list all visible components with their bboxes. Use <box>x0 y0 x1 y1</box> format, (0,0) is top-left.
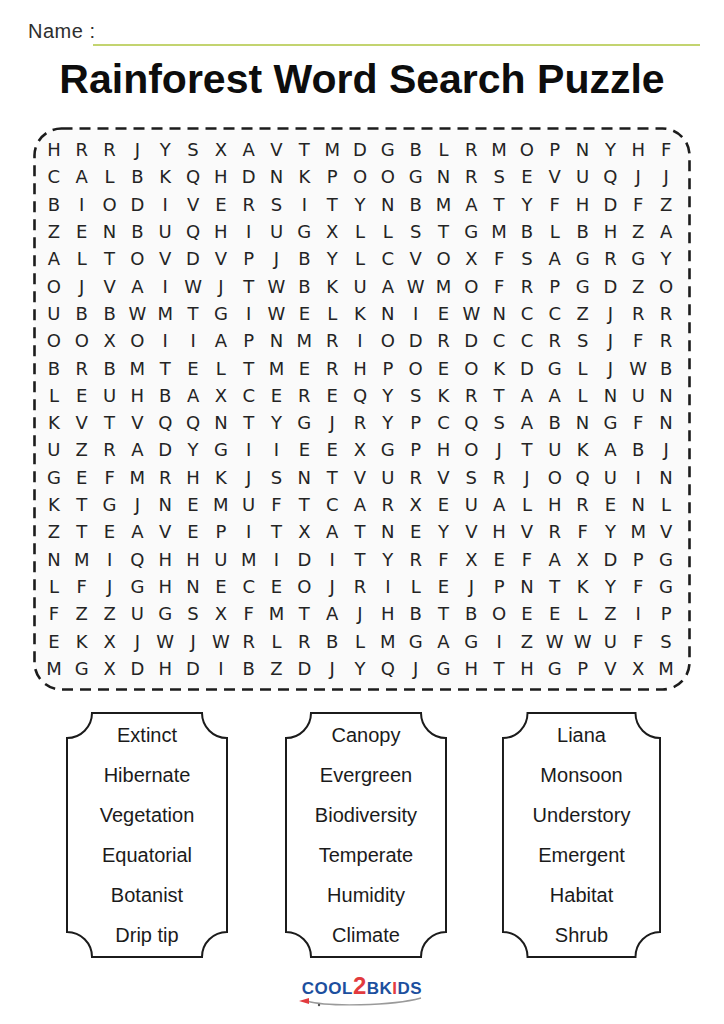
grid-cell-r20c20: P <box>569 655 597 682</box>
grid-cell-r3c2: I <box>68 191 96 218</box>
grid-cell-r11c6: Q <box>179 409 207 436</box>
grid-cell-r17c9: E <box>263 573 291 600</box>
grid-cell-r15c5: V <box>151 518 179 545</box>
grid-cell-r10c16: R <box>457 382 485 409</box>
grid-cell-r9c3: B <box>96 354 124 381</box>
name-fill-in-line[interactable] <box>93 44 700 46</box>
page-title: Rainforest Word Search Puzzle <box>0 56 724 103</box>
grid-cell-r19c4: J <box>123 627 151 654</box>
grid-cell-r13c18: J <box>513 464 541 491</box>
grid-cell-r6c19: P <box>541 272 569 299</box>
grid-cell-r7c23: R <box>652 300 680 327</box>
grid-cell-r15c22: M <box>624 518 652 545</box>
grid-cell-r15c15: Y <box>430 518 458 545</box>
grid-cell-r10c12: Q <box>346 382 374 409</box>
grid-cell-r5c21: R <box>597 245 625 272</box>
grid-cell-r13c14: R <box>402 464 430 491</box>
grid-cell-r19c21: U <box>597 627 625 654</box>
grid-cell-r4c21: H <box>597 218 625 245</box>
grid-cell-r20c7: I <box>207 655 235 682</box>
grid-cell-r11c8: T <box>235 409 263 436</box>
grid-cell-r17c3: J <box>96 573 124 600</box>
grid-cell-r14c12: A <box>346 491 374 518</box>
grid-cell-r9c1: B <box>40 354 68 381</box>
grid-cell-r4c2: E <box>68 218 96 245</box>
grid-cell-r9c13: P <box>374 354 402 381</box>
grid-cell-r10c17: T <box>485 382 513 409</box>
grid-cell-r2c7: H <box>207 163 235 190</box>
grid-cell-r18c13: H <box>374 600 402 627</box>
grid-cell-r17c13: I <box>374 573 402 600</box>
grid-cell-r9c21: J <box>597 354 625 381</box>
grid-cell-r1c16: R <box>457 136 485 163</box>
grid-cell-r3c1: B <box>40 191 68 218</box>
word-list-3: LianaMonsoonUnderstoryEmergentHabitatShr… <box>502 715 661 955</box>
grid-cell-r2c19: V <box>541 163 569 190</box>
grid-cell-r14c7: M <box>207 491 235 518</box>
grid-cell-r10c8: C <box>235 382 263 409</box>
grid-cell-r7c7: G <box>207 300 235 327</box>
grid-cell-r9c17: K <box>485 354 513 381</box>
grid-cell-r1c5: Y <box>151 136 179 163</box>
grid-cell-r20c12: Y <box>346 655 374 682</box>
grid-cell-r2c3: L <box>96 163 124 190</box>
grid-cell-r15c3: E <box>96 518 124 545</box>
grid-cell-r20c17: T <box>485 655 513 682</box>
grid-cell-r11c3: T <box>96 409 124 436</box>
grid-cell-r16c4: Q <box>123 545 151 572</box>
grid-cell-r20c18: H <box>513 655 541 682</box>
grid-cell-r11c12: R <box>346 409 374 436</box>
grid-cell-r6c6: W <box>179 272 207 299</box>
grid-cell-r20c3: X <box>96 655 124 682</box>
grid-cell-r20c9: Z <box>263 655 291 682</box>
grid-cell-r10c15: K <box>430 382 458 409</box>
grid-cell-r3c22: F <box>624 191 652 218</box>
grid-cell-r11c11: J <box>318 409 346 436</box>
grid-cell-r1c4: J <box>123 136 151 163</box>
grid-cell-r3c7: E <box>207 191 235 218</box>
grid-cell-r1c15: L <box>430 136 458 163</box>
grid-cell-r7c5: M <box>151 300 179 327</box>
grid-cell-r16c14: R <box>402 545 430 572</box>
grid-cell-r18c3: Z <box>96 600 124 627</box>
word-list-2: CanopyEvergreenBiodiversityTemperateHumi… <box>285 715 447 955</box>
grid-cell-r10c10: R <box>290 382 318 409</box>
grid-cell-r8c4: O <box>123 327 151 354</box>
grid-cell-r19c6: J <box>179 627 207 654</box>
grid-cell-r10c14: S <box>402 382 430 409</box>
grid-cell-r13c5: R <box>151 464 179 491</box>
grid-cell-r3c11: T <box>318 191 346 218</box>
grid-cell-r12c10: E <box>290 436 318 463</box>
grid-cell-r6c10: B <box>290 272 318 299</box>
grid-cell-r13c22: I <box>624 464 652 491</box>
grid-cell-r13c17: R <box>485 464 513 491</box>
word-botanist: Botanist <box>66 875 228 915</box>
grid-cell-r14c14: X <box>402 491 430 518</box>
grid-cell-r16c17: E <box>485 545 513 572</box>
grid-cell-r6c2: J <box>68 272 96 299</box>
grid-cell-r1c23: F <box>652 136 680 163</box>
grid-cell-r20c1: M <box>40 655 68 682</box>
grid-cell-r13c2: E <box>68 464 96 491</box>
word-temperate: Temperate <box>285 835 447 875</box>
grid-cell-r3c20: H <box>569 191 597 218</box>
grid-cell-r15c21: Y <box>597 518 625 545</box>
word-shrub: Shrub <box>502 915 661 955</box>
grid-cell-r5c16: X <box>457 245 485 272</box>
grid-cell-r6c12: U <box>346 272 374 299</box>
grid-cell-r3c9: S <box>263 191 291 218</box>
grid-cell-r15c7: P <box>207 518 235 545</box>
grid-cell-r12c9: I <box>263 436 291 463</box>
word-habitat: Habitat <box>502 875 661 915</box>
grid-cell-r4c4: B <box>123 218 151 245</box>
grid-cell-r5c17: F <box>485 245 513 272</box>
letter-grid: HRRJYSXAVTMDGBLRMOPNYHFCALBKQHDNKPOOGNRS… <box>40 136 680 682</box>
grid-cell-r18c4: U <box>123 600 151 627</box>
grid-cell-r17c1: L <box>40 573 68 600</box>
grid-cell-r15c17: H <box>485 518 513 545</box>
grid-cell-r9c18: D <box>513 354 541 381</box>
grid-cell-r7c11: L <box>318 300 346 327</box>
grid-cell-r17c12: R <box>346 573 374 600</box>
grid-cell-r5c4: O <box>123 245 151 272</box>
grid-cell-r16c11: I <box>318 545 346 572</box>
grid-cell-r18c15: T <box>430 600 458 627</box>
grid-cell-r20c19: G <box>541 655 569 682</box>
word-vegetation: Vegetation <box>66 795 228 835</box>
grid-cell-r20c15: G <box>430 655 458 682</box>
grid-cell-r8c21: J <box>597 327 625 354</box>
grid-cell-r5c1: A <box>40 245 68 272</box>
grid-cell-r6c14: W <box>402 272 430 299</box>
grid-cell-r15c16: V <box>457 518 485 545</box>
grid-cell-r4c8: I <box>235 218 263 245</box>
grid-cell-r5c14: V <box>402 245 430 272</box>
grid-cell-r9c8: T <box>235 354 263 381</box>
grid-cell-r2c6: Q <box>179 163 207 190</box>
word-list-box-2: CanopyEvergreenBiodiversityTemperateHumi… <box>285 712 447 958</box>
grid-cell-r1c22: H <box>624 136 652 163</box>
grid-cell-r10c13: Y <box>374 382 402 409</box>
grid-cell-r10c20: L <box>569 382 597 409</box>
grid-cell-r13c16: S <box>457 464 485 491</box>
grid-cell-r4c5: U <box>151 218 179 245</box>
grid-cell-r5c13: C <box>374 245 402 272</box>
grid-cell-r12c23: J <box>652 436 680 463</box>
grid-cell-r8c9: N <box>263 327 291 354</box>
grid-cell-r7c15: E <box>430 300 458 327</box>
grid-cell-r1c12: D <box>346 136 374 163</box>
grid-cell-r19c20: W <box>569 627 597 654</box>
grid-cell-r11c7: N <box>207 409 235 436</box>
word-list-box-3: LianaMonsoonUnderstoryEmergentHabitatShr… <box>502 712 661 958</box>
grid-cell-r6c9: W <box>263 272 291 299</box>
grid-cell-r14c22: N <box>624 491 652 518</box>
grid-cell-r15c12: T <box>346 518 374 545</box>
grid-cell-r2c10: K <box>290 163 318 190</box>
grid-cell-r18c23: P <box>652 600 680 627</box>
grid-cell-r2c12: O <box>346 163 374 190</box>
grid-cell-r14c11: C <box>318 491 346 518</box>
grid-cell-r18c21: Z <box>597 600 625 627</box>
grid-cell-r5c5: V <box>151 245 179 272</box>
grid-cell-r9c15: E <box>430 354 458 381</box>
grid-cell-r15c8: I <box>235 518 263 545</box>
grid-cell-r15c18: V <box>513 518 541 545</box>
grid-cell-r5c9: J <box>263 245 291 272</box>
word-equatorial: Equatorial <box>66 835 228 875</box>
grid-cell-r8c23: R <box>652 327 680 354</box>
grid-cell-r18c16: B <box>457 600 485 627</box>
grid-cell-r20c13: Q <box>374 655 402 682</box>
grid-cell-r13c7: K <box>207 464 235 491</box>
grid-cell-r1c10: T <box>290 136 318 163</box>
grid-cell-r17c23: G <box>652 573 680 600</box>
grid-cell-r18c22: I <box>624 600 652 627</box>
grid-cell-r12c20: K <box>569 436 597 463</box>
grid-cell-r20c21: V <box>597 655 625 682</box>
grid-cell-r5c10: B <box>290 245 318 272</box>
grid-cell-r8c19: R <box>541 327 569 354</box>
grid-cell-r7c16: W <box>457 300 485 327</box>
grid-cell-r3c10: I <box>290 191 318 218</box>
grid-cell-r12c7: G <box>207 436 235 463</box>
grid-cell-r12c19: U <box>541 436 569 463</box>
grid-cell-r17c6: N <box>179 573 207 600</box>
grid-cell-r10c11: E <box>318 382 346 409</box>
grid-cell-r20c16: H <box>457 655 485 682</box>
grid-cell-r16c22: P <box>624 545 652 572</box>
grid-cell-r20c11: J <box>318 655 346 682</box>
grid-cell-r18c12: J <box>346 600 374 627</box>
grid-cell-r12c18: T <box>513 436 541 463</box>
grid-cell-r4c22: Z <box>624 218 652 245</box>
grid-cell-r7c20: Z <box>569 300 597 327</box>
grid-cell-r18c17: O <box>485 600 513 627</box>
grid-cell-r6c18: R <box>513 272 541 299</box>
word-list-box-1: ExtinctHibernateVegetationEquatorialBota… <box>66 712 228 958</box>
grid-cell-r16c16: X <box>457 545 485 572</box>
grid-cell-r12c3: R <box>96 436 124 463</box>
grid-cell-r11c17: S <box>485 409 513 436</box>
grid-cell-r19c19: W <box>541 627 569 654</box>
grid-cell-r17c14: L <box>402 573 430 600</box>
grid-cell-r4c23: A <box>652 218 680 245</box>
grid-cell-r11c9: Y <box>263 409 291 436</box>
grid-cell-r17c2: F <box>68 573 96 600</box>
grid-cell-r12c11: E <box>318 436 346 463</box>
grid-cell-r11c15: C <box>430 409 458 436</box>
grid-cell-r15c2: T <box>68 518 96 545</box>
grid-cell-r7c14: I <box>402 300 430 327</box>
grid-cell-r11c21: G <box>597 409 625 436</box>
grid-cell-r17c7: E <box>207 573 235 600</box>
grid-cell-r8c1: O <box>40 327 68 354</box>
grid-cell-r6c20: G <box>569 272 597 299</box>
grid-cell-r7c4: W <box>123 300 151 327</box>
grid-cell-r5c12: L <box>346 245 374 272</box>
grid-cell-r13c8: J <box>235 464 263 491</box>
grid-cell-r17c20: K <box>569 573 597 600</box>
grid-cell-r20c8: B <box>235 655 263 682</box>
grid-cell-r8c20: S <box>569 327 597 354</box>
grid-cell-r13c3: F <box>96 464 124 491</box>
grid-cell-r7c13: N <box>374 300 402 327</box>
grid-cell-r14c15: E <box>430 491 458 518</box>
grid-cell-r9c5: T <box>151 354 179 381</box>
grid-cell-r3c16: A <box>457 191 485 218</box>
grid-cell-r18c14: B <box>402 600 430 627</box>
grid-cell-r13c12: V <box>346 464 374 491</box>
grid-cell-r4c13: L <box>374 218 402 245</box>
grid-cell-r16c13: Y <box>374 545 402 572</box>
grid-cell-r6c22: Z <box>624 272 652 299</box>
grid-cell-r16c6: H <box>179 545 207 572</box>
grid-cell-r19c10: R <box>290 627 318 654</box>
grid-cell-r1c20: N <box>569 136 597 163</box>
grid-cell-r15c6: E <box>179 518 207 545</box>
grid-cell-r1c13: G <box>374 136 402 163</box>
grid-cell-r9c11: R <box>318 354 346 381</box>
grid-cell-r6c13: A <box>374 272 402 299</box>
grid-cell-r18c19: E <box>541 600 569 627</box>
grid-cell-r9c10: E <box>290 354 318 381</box>
grid-cell-r13c11: T <box>318 464 346 491</box>
grid-cell-r14c3: G <box>96 491 124 518</box>
grid-cell-r1c3: R <box>96 136 124 163</box>
grid-cell-r7c21: J <box>597 300 625 327</box>
grid-cell-r19c13: M <box>374 627 402 654</box>
grid-cell-r9c9: M <box>263 354 291 381</box>
grid-cell-r6c4: A <box>123 272 151 299</box>
grid-cell-r11c23: N <box>652 409 680 436</box>
grid-cell-r8c10: M <box>290 327 318 354</box>
grid-cell-r14c2: T <box>68 491 96 518</box>
grid-cell-r4c10: G <box>290 218 318 245</box>
grid-cell-r11c13: Y <box>374 409 402 436</box>
grid-cell-r8c7: A <box>207 327 235 354</box>
grid-cell-r20c4: D <box>123 655 151 682</box>
grid-cell-r10c6: A <box>179 382 207 409</box>
grid-cell-r2c15: N <box>430 163 458 190</box>
grid-cell-r19c2: K <box>68 627 96 654</box>
grid-cell-r4c9: U <box>263 218 291 245</box>
word-monsoon: Monsoon <box>502 755 661 795</box>
word-drip-tip: Drip tip <box>66 915 228 955</box>
grid-cell-r10c22: U <box>624 382 652 409</box>
grid-cell-r7c17: N <box>485 300 513 327</box>
grid-cell-r17c19: T <box>541 573 569 600</box>
grid-cell-r1c17: M <box>485 136 513 163</box>
grid-cell-r18c10: T <box>290 600 318 627</box>
grid-cell-r3c3: O <box>96 191 124 218</box>
grid-cell-r19c8: R <box>235 627 263 654</box>
grid-cell-r7c10: E <box>290 300 318 327</box>
grid-cell-r13c1: G <box>40 464 68 491</box>
grid-cell-r2c18: E <box>513 163 541 190</box>
grid-cell-r1c14: B <box>402 136 430 163</box>
grid-cell-r12c4: A <box>123 436 151 463</box>
grid-cell-r4c1: Z <box>40 218 68 245</box>
grid-cell-r4c16: G <box>457 218 485 245</box>
word-canopy: Canopy <box>285 715 447 755</box>
grid-cell-r1c21: Y <box>597 136 625 163</box>
grid-cell-r5c23: Y <box>652 245 680 272</box>
grid-cell-r1c19: P <box>541 136 569 163</box>
grid-cell-r19c18: Z <box>513 627 541 654</box>
grid-cell-r19c23: S <box>652 627 680 654</box>
grid-cell-r4c15: T <box>430 218 458 245</box>
grid-cell-r5c18: S <box>513 245 541 272</box>
grid-cell-r15c23: V <box>652 518 680 545</box>
grid-cell-r13c21: U <box>597 464 625 491</box>
word-humidity: Humidity <box>285 875 447 915</box>
grid-cell-r20c6: D <box>179 655 207 682</box>
grid-cell-r7c8: I <box>235 300 263 327</box>
grid-cell-r6c15: M <box>430 272 458 299</box>
grid-cell-r12c16: O <box>457 436 485 463</box>
grid-cell-r2c2: A <box>68 163 96 190</box>
grid-cell-r11c19: B <box>541 409 569 436</box>
grid-cell-r8c12: I <box>346 327 374 354</box>
grid-cell-r19c1: E <box>40 627 68 654</box>
grid-cell-r14c21: E <box>597 491 625 518</box>
grid-cell-r1c1: H <box>40 136 68 163</box>
grid-cell-r19c11: B <box>318 627 346 654</box>
grid-cell-r4c20: B <box>569 218 597 245</box>
grid-cell-r4c19: L <box>541 218 569 245</box>
grid-cell-r19c22: F <box>624 627 652 654</box>
grid-cell-r8c3: X <box>96 327 124 354</box>
grid-cell-r11c22: F <box>624 409 652 436</box>
grid-cell-r16c8: M <box>235 545 263 572</box>
grid-cell-r11c2: V <box>68 409 96 436</box>
grid-cell-r8c6: I <box>179 327 207 354</box>
grid-cell-r19c14: G <box>402 627 430 654</box>
grid-cell-r13c10: N <box>290 464 318 491</box>
grid-cell-r2c13: O <box>374 163 402 190</box>
grid-cell-r11c5: Q <box>151 409 179 436</box>
word-liana: Liana <box>502 715 661 755</box>
grid-cell-r18c20: L <box>569 600 597 627</box>
grid-cell-r3c23: Z <box>652 191 680 218</box>
word-list-1: ExtinctHibernateVegetationEquatorialBota… <box>66 715 228 955</box>
grid-cell-r17c11: J <box>318 573 346 600</box>
grid-cell-r17c18: N <box>513 573 541 600</box>
grid-cell-r12c12: X <box>346 436 374 463</box>
grid-cell-r8c11: R <box>318 327 346 354</box>
grid-cell-r9c2: R <box>68 354 96 381</box>
grid-cell-r17c17: P <box>485 573 513 600</box>
grid-cell-r14c20: R <box>569 491 597 518</box>
grid-cell-r6c8: T <box>235 272 263 299</box>
grid-cell-r16c21: D <box>597 545 625 572</box>
grid-cell-r4c3: N <box>96 218 124 245</box>
grid-cell-r7c1: U <box>40 300 68 327</box>
grid-cell-r15c13: N <box>374 518 402 545</box>
grid-cell-r20c5: H <box>151 655 179 682</box>
grid-cell-r1c8: A <box>235 136 263 163</box>
grid-cell-r6c17: F <box>485 272 513 299</box>
grid-cell-r8c16: D <box>457 327 485 354</box>
grid-cell-r3c4: D <box>123 191 151 218</box>
grid-cell-r15c14: E <box>402 518 430 545</box>
grid-cell-r8c5: I <box>151 327 179 354</box>
grid-cell-r12c21: A <box>597 436 625 463</box>
